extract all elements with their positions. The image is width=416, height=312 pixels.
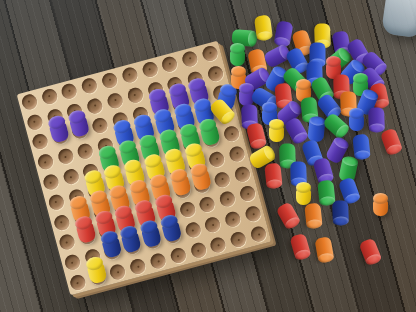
loose-peg-Y <box>296 182 311 205</box>
loose-peg-O <box>314 236 334 263</box>
loose-peg-G <box>230 43 245 66</box>
loose-peg-R <box>275 201 301 231</box>
board-hole <box>246 221 271 246</box>
loose-peg-R <box>358 237 382 266</box>
loose-peg-N <box>332 200 349 226</box>
loose-peg-R <box>379 128 403 157</box>
loose-peg-R <box>289 233 311 261</box>
loose-peg-P <box>368 107 385 133</box>
table-surface <box>0 0 416 312</box>
loose-peg-B <box>352 134 371 161</box>
loose-peg-O <box>304 203 323 230</box>
loose-peg-Y <box>253 15 272 42</box>
loose-peg-B <box>349 108 364 131</box>
loose-peg-O <box>373 193 388 216</box>
glass-edge <box>381 0 416 39</box>
loose-peg-Y <box>269 119 284 142</box>
loose-peg-R <box>264 163 283 190</box>
